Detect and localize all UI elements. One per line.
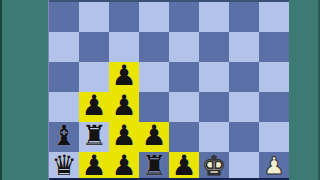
chess-board: ♟♟♟♝♜♟♟♛♟♟♜♟♚♟: [49, 2, 289, 180]
square-b4[interactable]: [79, 62, 109, 92]
square-d1[interactable]: ♜: [139, 152, 169, 180]
square-e5[interactable]: [169, 32, 199, 62]
square-a3[interactable]: [49, 92, 79, 122]
square-d3[interactable]: [139, 92, 169, 122]
square-d4[interactable]: [139, 62, 169, 92]
square-f2[interactable]: [199, 122, 229, 152]
square-c4[interactable]: ♟: [109, 62, 139, 92]
square-b3[interactable]: ♟: [79, 92, 109, 122]
square-b1[interactable]: ♟: [79, 152, 109, 180]
square-c2[interactable]: ♟: [109, 122, 139, 152]
square-h4[interactable]: [259, 62, 289, 92]
square-b6[interactable]: [79, 2, 109, 32]
piece-black-pawn: ♟: [81, 92, 106, 121]
square-e6[interactable]: [169, 2, 199, 32]
square-c6[interactable]: [109, 2, 139, 32]
square-b2[interactable]: ♜: [79, 122, 109, 152]
piece-black-pawn: ♟: [81, 152, 106, 180]
piece-black-pawn: ♟: [171, 152, 196, 180]
square-a2[interactable]: ♝: [49, 122, 79, 152]
square-e2[interactable]: [169, 122, 199, 152]
square-c3[interactable]: ♟: [109, 92, 139, 122]
square-d6[interactable]: [139, 2, 169, 32]
square-e1[interactable]: ♟: [169, 152, 199, 180]
piece-black-rook: ♜: [141, 152, 166, 180]
piece-black-pawn: ♟: [111, 122, 136, 151]
piece-white-pawn: ♟: [263, 152, 285, 180]
square-g2[interactable]: [229, 122, 259, 152]
square-h6[interactable]: [259, 2, 289, 32]
piece-black-queen: ♛: [51, 152, 76, 180]
square-h5[interactable]: [259, 32, 289, 62]
square-e3[interactable]: [169, 92, 199, 122]
square-g6[interactable]: [229, 2, 259, 32]
square-a5[interactable]: [49, 32, 79, 62]
piece-black-bishop: ♝: [51, 122, 76, 151]
square-c1[interactable]: ♟: [109, 152, 139, 180]
piece-white-king: ♚: [202, 152, 226, 180]
board-bottom-edge: [49, 178, 289, 180]
square-f6[interactable]: [199, 2, 229, 32]
square-c5[interactable]: [109, 32, 139, 62]
piece-black-pawn: ♟: [111, 62, 136, 91]
frame-left-edge: [0, 0, 2, 180]
square-h2[interactable]: [259, 122, 289, 152]
square-b5[interactable]: [79, 32, 109, 62]
square-h1[interactable]: ♟: [259, 152, 289, 180]
square-g1[interactable]: [229, 152, 259, 180]
square-f5[interactable]: [199, 32, 229, 62]
square-f3[interactable]: [199, 92, 229, 122]
square-g4[interactable]: [229, 62, 259, 92]
square-a1[interactable]: ♛: [49, 152, 79, 180]
piece-black-pawn: ♟: [111, 92, 136, 121]
square-f4[interactable]: [199, 62, 229, 92]
chess-board-area: ♟♟♟♝♜♟♟♛♟♟♜♟♚♟: [49, 0, 289, 180]
square-d5[interactable]: [139, 32, 169, 62]
square-h3[interactable]: [259, 92, 289, 122]
square-f1[interactable]: ♚: [199, 152, 229, 180]
square-g3[interactable]: [229, 92, 259, 122]
square-a6[interactable]: [49, 2, 79, 32]
piece-black-rook: ♜: [81, 122, 106, 151]
square-e4[interactable]: [169, 62, 199, 92]
square-d2[interactable]: ♟: [139, 122, 169, 152]
piece-black-pawn: ♟: [111, 152, 136, 180]
piece-black-pawn: ♟: [141, 122, 166, 151]
square-a4[interactable]: [49, 62, 79, 92]
square-g5[interactable]: [229, 32, 259, 62]
